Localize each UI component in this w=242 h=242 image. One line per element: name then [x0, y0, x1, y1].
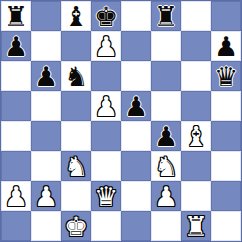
- white-pawn[interactable]: ♟: [34, 183, 58, 210]
- square-a1[interactable]: [1, 211, 31, 241]
- square-a6[interactable]: [1, 61, 31, 91]
- square-c4[interactable]: [61, 121, 91, 151]
- white-pawn[interactable]: ♟: [154, 183, 178, 210]
- white-queen[interactable]: ♛: [94, 183, 118, 210]
- square-b7[interactable]: [31, 31, 61, 61]
- square-a4[interactable]: [1, 121, 31, 151]
- square-a7[interactable]: ♟: [1, 31, 31, 61]
- white-pawn[interactable]: ♟: [4, 183, 28, 210]
- square-d8[interactable]: ♚: [91, 1, 121, 31]
- chess-board: ♜♝♚♜♟♟♟♟♞♛♟♟♟♝♞♞♟♟♛♟♚♜: [0, 0, 242, 242]
- white-king[interactable]: ♚: [64, 213, 88, 240]
- square-d2[interactable]: ♛: [91, 181, 121, 211]
- square-f3[interactable]: ♞: [151, 151, 181, 181]
- square-f7[interactable]: [151, 31, 181, 61]
- square-g3[interactable]: [181, 151, 211, 181]
- square-h3[interactable]: [211, 151, 241, 181]
- square-e1[interactable]: [121, 211, 151, 241]
- black-pawn[interactable]: ♟: [4, 33, 28, 60]
- white-pawn[interactable]: ♟: [94, 93, 118, 120]
- square-e2[interactable]: [121, 181, 151, 211]
- square-f6[interactable]: [151, 61, 181, 91]
- square-e8[interactable]: [121, 1, 151, 31]
- square-b5[interactable]: [31, 91, 61, 121]
- square-c3[interactable]: ♞: [61, 151, 91, 181]
- square-a3[interactable]: [1, 151, 31, 181]
- square-a8[interactable]: ♜: [1, 1, 31, 31]
- square-e6[interactable]: [121, 61, 151, 91]
- square-h6[interactable]: ♛: [211, 61, 241, 91]
- square-c7[interactable]: [61, 31, 91, 61]
- square-f5[interactable]: [151, 91, 181, 121]
- white-pawn[interactable]: ♟: [94, 33, 118, 60]
- square-h5[interactable]: [211, 91, 241, 121]
- square-d1[interactable]: [91, 211, 121, 241]
- square-d7[interactable]: ♟: [91, 31, 121, 61]
- square-g8[interactable]: [181, 1, 211, 31]
- square-g2[interactable]: [181, 181, 211, 211]
- square-b4[interactable]: [31, 121, 61, 151]
- square-e4[interactable]: [121, 121, 151, 151]
- black-pawn[interactable]: ♟: [124, 93, 148, 120]
- black-rook[interactable]: ♜: [154, 3, 178, 30]
- square-e5[interactable]: ♟: [121, 91, 151, 121]
- square-h1[interactable]: [211, 211, 241, 241]
- square-h4[interactable]: [211, 121, 241, 151]
- white-bishop[interactable]: ♝: [184, 123, 208, 150]
- square-a2[interactable]: ♟: [1, 181, 31, 211]
- square-c1[interactable]: ♚: [61, 211, 91, 241]
- square-d4[interactable]: [91, 121, 121, 151]
- square-g4[interactable]: ♝: [181, 121, 211, 151]
- square-d6[interactable]: [91, 61, 121, 91]
- square-a5[interactable]: [1, 91, 31, 121]
- square-c8[interactable]: ♝: [61, 1, 91, 31]
- square-g7[interactable]: [181, 31, 211, 61]
- square-e3[interactable]: [121, 151, 151, 181]
- square-h8[interactable]: [211, 1, 241, 31]
- square-d3[interactable]: [91, 151, 121, 181]
- black-pawn[interactable]: ♟: [34, 63, 58, 90]
- square-f4[interactable]: ♟: [151, 121, 181, 151]
- square-f2[interactable]: ♟: [151, 181, 181, 211]
- black-king[interactable]: ♚: [94, 3, 118, 30]
- square-h2[interactable]: [211, 181, 241, 211]
- square-b1[interactable]: [31, 211, 61, 241]
- square-c5[interactable]: [61, 91, 91, 121]
- black-pawn[interactable]: ♟: [154, 123, 178, 150]
- square-f8[interactable]: ♜: [151, 1, 181, 31]
- square-c6[interactable]: ♞: [61, 61, 91, 91]
- white-rook[interactable]: ♜: [184, 213, 208, 240]
- white-knight[interactable]: ♞: [154, 153, 178, 180]
- square-b6[interactable]: ♟: [31, 61, 61, 91]
- square-g1[interactable]: ♜: [181, 211, 211, 241]
- square-h7[interactable]: ♟: [211, 31, 241, 61]
- square-b8[interactable]: [31, 1, 61, 31]
- square-c2[interactable]: [61, 181, 91, 211]
- black-pawn[interactable]: ♟: [214, 33, 238, 60]
- white-knight[interactable]: ♞: [64, 153, 88, 180]
- black-knight[interactable]: ♞: [64, 63, 88, 90]
- square-g6[interactable]: [181, 61, 211, 91]
- black-rook[interactable]: ♜: [4, 3, 28, 30]
- square-b3[interactable]: [31, 151, 61, 181]
- black-bishop[interactable]: ♝: [64, 3, 88, 30]
- square-d5[interactable]: ♟: [91, 91, 121, 121]
- square-e7[interactable]: [121, 31, 151, 61]
- square-b2[interactable]: ♟: [31, 181, 61, 211]
- black-queen[interactable]: ♛: [214, 63, 238, 90]
- square-g5[interactable]: [181, 91, 211, 121]
- square-f1[interactable]: [151, 211, 181, 241]
